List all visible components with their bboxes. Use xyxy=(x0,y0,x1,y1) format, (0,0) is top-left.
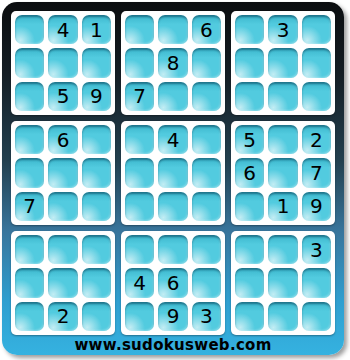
cell-r8c8[interactable] xyxy=(268,268,297,297)
cell-r4c9[interactable]: 2 xyxy=(302,125,331,154)
cell-r1c9[interactable] xyxy=(302,15,331,44)
box-3-2: 4693 xyxy=(121,231,225,335)
cell-r7c3[interactable] xyxy=(82,235,111,264)
cell-r6c3[interactable] xyxy=(82,192,111,221)
cell-r5c2[interactable] xyxy=(48,158,77,187)
cell-r3c7[interactable] xyxy=(235,82,264,111)
cell-r9c7[interactable] xyxy=(235,302,264,331)
cell-r2c8[interactable] xyxy=(268,48,297,77)
website-url[interactable]: www.sudokusweb.com xyxy=(74,336,271,354)
cell-r2c2[interactable] xyxy=(48,48,77,77)
cell-r7c8[interactable] xyxy=(268,235,297,264)
cell-r9c8[interactable] xyxy=(268,302,297,331)
cell-r4c7[interactable]: 5 xyxy=(235,125,264,154)
box-2-1: 67 xyxy=(11,121,115,225)
board-frame: 41596873674526719246933 www.sudokusweb.c… xyxy=(2,2,344,355)
cell-r2c3[interactable] xyxy=(82,48,111,77)
cell-r3c1[interactable] xyxy=(15,82,44,111)
cell-r6c1[interactable]: 7 xyxy=(15,192,44,221)
cell-r6c4[interactable] xyxy=(125,192,154,221)
cell-r9c6[interactable]: 3 xyxy=(192,302,221,331)
cell-r4c4[interactable] xyxy=(125,125,154,154)
cell-r9c2[interactable]: 2 xyxy=(48,302,77,331)
cell-r1c8[interactable]: 3 xyxy=(268,15,297,44)
cell-r1c6[interactable]: 6 xyxy=(192,15,221,44)
cell-r2c1[interactable] xyxy=(15,48,44,77)
cell-r6c8[interactable]: 1 xyxy=(268,192,297,221)
box-1-3: 3 xyxy=(231,11,335,115)
cell-r7c2[interactable] xyxy=(48,235,77,264)
cell-r4c8[interactable] xyxy=(268,125,297,154)
cell-r7c7[interactable] xyxy=(235,235,264,264)
cell-r8c4[interactable]: 4 xyxy=(125,268,154,297)
cell-r4c2[interactable]: 6 xyxy=(48,125,77,154)
cell-r9c3[interactable] xyxy=(82,302,111,331)
cell-r7c9[interactable]: 3 xyxy=(302,235,331,264)
cell-r5c7[interactable]: 6 xyxy=(235,158,264,187)
footer-bar: www.sudokusweb.com xyxy=(2,335,344,355)
cell-r1c7[interactable] xyxy=(235,15,264,44)
cell-r4c1[interactable] xyxy=(15,125,44,154)
cell-r3c5[interactable] xyxy=(158,82,187,111)
cell-r7c4[interactable] xyxy=(125,235,154,264)
cell-r5c1[interactable] xyxy=(15,158,44,187)
cell-r9c9[interactable] xyxy=(302,302,331,331)
cell-r7c5[interactable] xyxy=(158,235,187,264)
cell-r6c9[interactable]: 9 xyxy=(302,192,331,221)
cell-r8c6[interactable] xyxy=(192,268,221,297)
cell-r5c6[interactable] xyxy=(192,158,221,187)
cell-r8c9[interactable] xyxy=(302,268,331,297)
cell-r6c2[interactable] xyxy=(48,192,77,221)
cell-r2c4[interactable] xyxy=(125,48,154,77)
cell-r1c5[interactable] xyxy=(158,15,187,44)
cell-r9c1[interactable] xyxy=(15,302,44,331)
cell-r8c5[interactable]: 6 xyxy=(158,268,187,297)
box-3-1: 2 xyxy=(11,231,115,335)
cell-r3c4[interactable]: 7 xyxy=(125,82,154,111)
cell-r3c8[interactable] xyxy=(268,82,297,111)
cell-r4c5[interactable]: 4 xyxy=(158,125,187,154)
box-1-1: 4159 xyxy=(11,11,115,115)
cell-r8c2[interactable] xyxy=(48,268,77,297)
cell-r6c7[interactable] xyxy=(235,192,264,221)
box-1-2: 687 xyxy=(121,11,225,115)
cell-r8c7[interactable] xyxy=(235,268,264,297)
cell-r9c4[interactable] xyxy=(125,302,154,331)
box-2-3: 526719 xyxy=(231,121,335,225)
cell-r3c3[interactable]: 9 xyxy=(82,82,111,111)
cell-r3c2[interactable]: 5 xyxy=(48,82,77,111)
cell-r1c1[interactable] xyxy=(15,15,44,44)
cell-r5c9[interactable]: 7 xyxy=(302,158,331,187)
cell-r1c2[interactable]: 4 xyxy=(48,15,77,44)
cell-r2c7[interactable] xyxy=(235,48,264,77)
cell-r1c3[interactable]: 1 xyxy=(82,15,111,44)
cell-r7c1[interactable] xyxy=(15,235,44,264)
cell-r8c1[interactable] xyxy=(15,268,44,297)
cell-r2c9[interactable] xyxy=(302,48,331,77)
sudoku-board: 41596873674526719246933 xyxy=(2,2,344,335)
cell-r9c5[interactable]: 9 xyxy=(158,302,187,331)
cell-r5c5[interactable] xyxy=(158,158,187,187)
cell-r8c3[interactable] xyxy=(82,268,111,297)
cell-r6c6[interactable] xyxy=(192,192,221,221)
cell-r4c3[interactable] xyxy=(82,125,111,154)
cell-r5c3[interactable] xyxy=(82,158,111,187)
box-3-3: 3 xyxy=(231,231,335,335)
cell-r5c8[interactable] xyxy=(268,158,297,187)
cell-r4c6[interactable] xyxy=(192,125,221,154)
cell-r3c6[interactable] xyxy=(192,82,221,111)
cell-r6c5[interactable] xyxy=(158,192,187,221)
cell-r7c6[interactable] xyxy=(192,235,221,264)
cell-r5c4[interactable] xyxy=(125,158,154,187)
cell-r2c6[interactable] xyxy=(192,48,221,77)
cell-r3c9[interactable] xyxy=(302,82,331,111)
cell-r1c4[interactable] xyxy=(125,15,154,44)
box-2-2: 4 xyxy=(121,121,225,225)
cell-r2c5[interactable]: 8 xyxy=(158,48,187,77)
